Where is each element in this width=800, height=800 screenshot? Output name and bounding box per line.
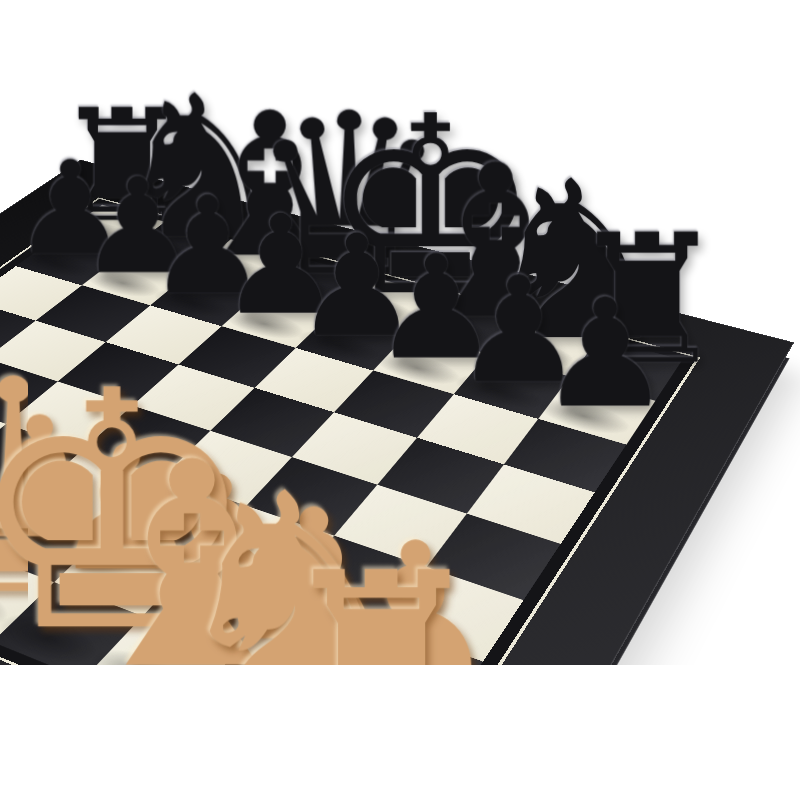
square-g6: [417, 394, 538, 464]
chess-set-photo: ♜♞♝♛♚♝♞♜♟♟♟♟♟♟♟♟♟♟♟♟♟♟♟♟♜♞♝♛♚♝♞♜: [0, 0, 800, 665]
piece-black-rook: ♜: [567, 211, 656, 389]
piece-black-pawn: ♟: [12, 144, 91, 273]
board-playing-area: ♜♞♝♛♚♝♞♜♟♟♟♟♟♟♟♟♟♟♟♟♟♟♟♟♜♞♝♛♚♝♞♜: [0, 197, 700, 665]
scene: ♜♞♝♛♚♝♞♜♟♟♟♟♟♟♟♟♟♟♟♟♟♟♟♟♜♞♝♛♚♝♞♜: [0, 0, 800, 665]
square-f4: [246, 457, 377, 536]
page: { "game": "chess", "position": "rnbqkbnr…: [0, 0, 800, 800]
board-grid: ♜♞♝♛♚♝♞♜♟♟♟♟♟♟♟♟♟♟♟♟♟♟♟♟♜♞♝♛♚♝♞♜: [0, 205, 682, 665]
square-c3: [0, 424, 83, 498]
chess-board: ♜♞♝♛♚♝♞♜♟♟♟♟♟♟♟♟♟♟♟♟♟♟♟♟♜♞♝♛♚♝♞♜: [0, 160, 794, 665]
piece-black-rook: ♜: [53, 89, 130, 244]
